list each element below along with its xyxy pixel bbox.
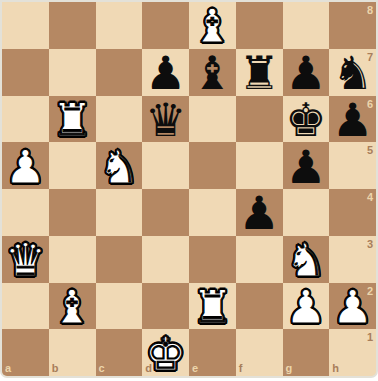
square-f3[interactable] [236, 236, 283, 283]
square-a7[interactable] [2, 49, 49, 96]
piece-white-R-e2[interactable]: ♜ [192, 284, 233, 330]
square-g7[interactable]: ♟ [283, 49, 330, 96]
square-h7[interactable]: 7♞ [329, 49, 376, 96]
square-e8[interactable]: ♝ [189, 2, 236, 49]
square-h4[interactable]: 4 [329, 189, 376, 236]
square-g6[interactable]: ♚ [283, 96, 330, 143]
file-label-b: b [52, 363, 59, 374]
square-e1[interactable]: e [189, 329, 236, 376]
square-b3[interactable] [49, 236, 96, 283]
square-e2[interactable]: ♜ [189, 283, 236, 330]
square-c6[interactable] [96, 96, 143, 143]
rank-label-8: 8 [367, 5, 373, 16]
square-h8[interactable]: 8 [329, 2, 376, 49]
piece-black-P-g5[interactable]: ♟ [285, 144, 326, 190]
square-f7[interactable]: ♜ [236, 49, 283, 96]
square-d6[interactable]: ♛ [142, 96, 189, 143]
square-g1[interactable]: g [283, 329, 330, 376]
file-label-f: f [239, 363, 243, 374]
square-h2[interactable]: 2♟ [329, 283, 376, 330]
square-d7[interactable]: ♟ [142, 49, 189, 96]
square-e6[interactable] [189, 96, 236, 143]
piece-black-N-h7[interactable]: ♞ [332, 50, 373, 96]
square-c8[interactable] [96, 2, 143, 49]
square-d2[interactable] [142, 283, 189, 330]
chess-board-frame: ♝8♟♝♜♟7♞♜♛♚6♟♟♞♟5♟4♛♞3♝♜♟2♟abcd♚efg1h [0, 0, 378, 378]
square-a8[interactable] [2, 2, 49, 49]
piece-black-Q-d6[interactable]: ♛ [145, 97, 186, 143]
file-label-c: c [99, 363, 105, 374]
square-d3[interactable] [142, 236, 189, 283]
square-g5[interactable]: ♟ [283, 142, 330, 189]
square-a4[interactable] [2, 189, 49, 236]
square-d5[interactable] [142, 142, 189, 189]
piece-white-R-b6[interactable]: ♜ [52, 97, 93, 143]
piece-white-N-c5[interactable]: ♞ [98, 144, 139, 190]
square-b5[interactable] [49, 142, 96, 189]
rank-label-5: 5 [367, 145, 373, 156]
square-a2[interactable] [2, 283, 49, 330]
square-f8[interactable] [236, 2, 283, 49]
square-f6[interactable] [236, 96, 283, 143]
piece-white-P-h2[interactable]: ♟ [332, 284, 373, 330]
square-f5[interactable] [236, 142, 283, 189]
rank-label-3: 3 [367, 239, 373, 250]
square-a6[interactable] [2, 96, 49, 143]
square-a1[interactable]: a [2, 329, 49, 376]
square-c4[interactable] [96, 189, 143, 236]
piece-white-K-d1[interactable]: ♚ [145, 331, 186, 377]
piece-white-Q-a3[interactable]: ♛ [5, 237, 46, 283]
piece-black-P-g7[interactable]: ♟ [285, 50, 326, 96]
square-c3[interactable] [96, 236, 143, 283]
file-label-g: g [286, 363, 293, 374]
square-f4[interactable]: ♟ [236, 189, 283, 236]
square-c5[interactable]: ♞ [96, 142, 143, 189]
file-label-e: e [192, 363, 198, 374]
square-b1[interactable]: b [49, 329, 96, 376]
square-g4[interactable] [283, 189, 330, 236]
piece-black-B-e7[interactable]: ♝ [192, 50, 233, 96]
square-b2[interactable]: ♝ [49, 283, 96, 330]
square-f2[interactable] [236, 283, 283, 330]
square-e7[interactable]: ♝ [189, 49, 236, 96]
square-e5[interactable] [189, 142, 236, 189]
piece-black-P-h6[interactable]: ♟ [332, 97, 373, 143]
piece-white-P-a5[interactable]: ♟ [5, 144, 46, 190]
square-e3[interactable] [189, 236, 236, 283]
piece-white-P-g2[interactable]: ♟ [285, 284, 326, 330]
square-a3[interactable]: ♛ [2, 236, 49, 283]
square-a5[interactable]: ♟ [2, 142, 49, 189]
piece-white-B-b2[interactable]: ♝ [52, 284, 93, 330]
square-c7[interactable] [96, 49, 143, 96]
piece-white-N-g3[interactable]: ♞ [285, 237, 326, 283]
square-b4[interactable] [49, 189, 96, 236]
square-d4[interactable] [142, 189, 189, 236]
piece-black-R-f7[interactable]: ♜ [239, 50, 280, 96]
square-d8[interactable] [142, 2, 189, 49]
square-d1[interactable]: d♚ [142, 329, 189, 376]
piece-black-K-g6[interactable]: ♚ [285, 97, 326, 143]
piece-white-B-e8[interactable]: ♝ [192, 3, 233, 49]
square-g3[interactable]: ♞ [283, 236, 330, 283]
square-b7[interactable] [49, 49, 96, 96]
file-label-h: h [332, 363, 339, 374]
square-e4[interactable] [189, 189, 236, 236]
rank-label-4: 4 [367, 192, 373, 203]
piece-black-P-d7[interactable]: ♟ [145, 50, 186, 96]
square-b6[interactable]: ♜ [49, 96, 96, 143]
square-h3[interactable]: 3 [329, 236, 376, 283]
square-f1[interactable]: f [236, 329, 283, 376]
square-h6[interactable]: 6♟ [329, 96, 376, 143]
square-g8[interactable] [283, 2, 330, 49]
piece-black-P-f4[interactable]: ♟ [239, 190, 280, 236]
rank-label-1: 1 [367, 332, 373, 343]
square-b8[interactable] [49, 2, 96, 49]
file-label-a: a [5, 363, 11, 374]
chess-board: ♝8♟♝♜♟7♞♜♛♚6♟♟♞♟5♟4♛♞3♝♜♟2♟abcd♚efg1h [2, 2, 376, 376]
square-g2[interactable]: ♟ [283, 283, 330, 330]
square-h5[interactable]: 5 [329, 142, 376, 189]
square-h1[interactable]: 1h [329, 329, 376, 376]
square-c1[interactable]: c [96, 329, 143, 376]
square-c2[interactable] [96, 283, 143, 330]
